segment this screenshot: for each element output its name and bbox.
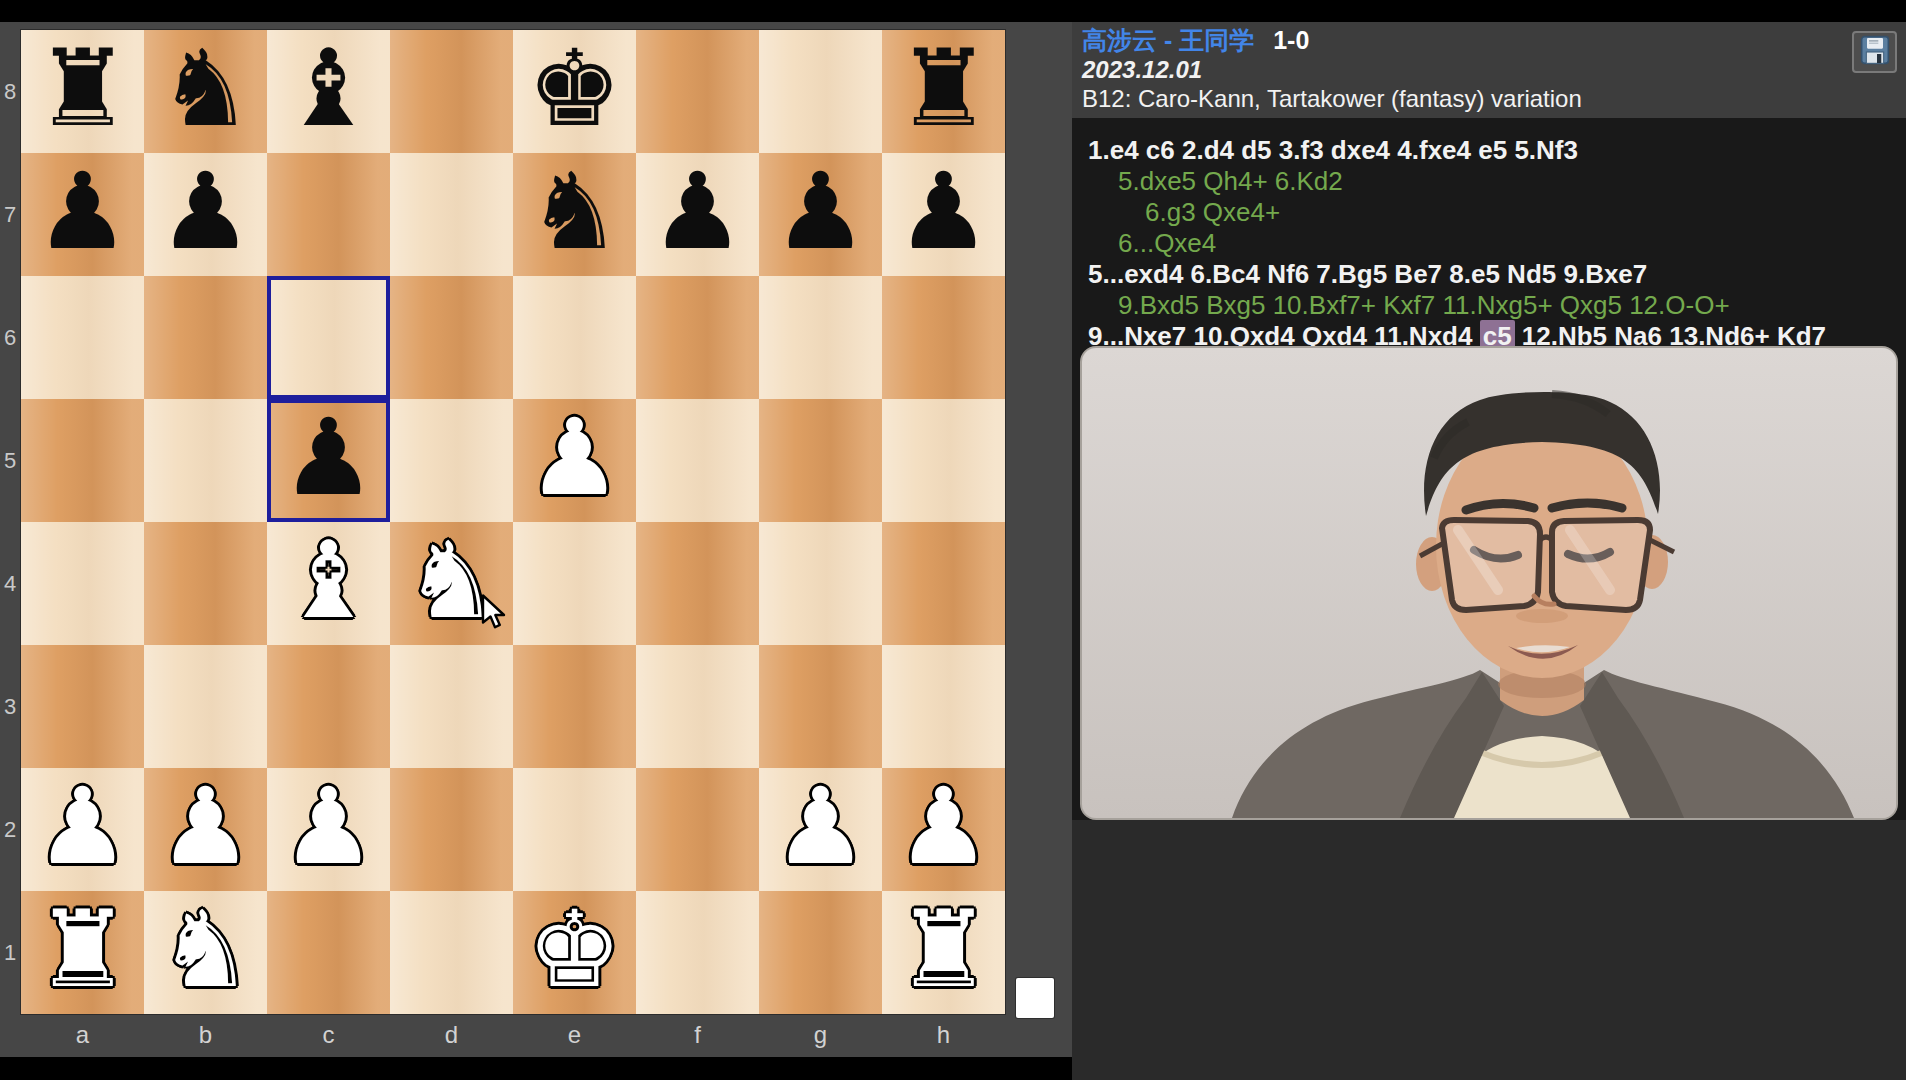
file-labels: abcdefgh [21, 1014, 1005, 1057]
square-d6[interactable] [390, 276, 513, 399]
square-d1[interactable] [390, 891, 513, 1014]
square-a8[interactable]: ♜ [21, 30, 144, 153]
square-b1[interactable]: ♞ [144, 891, 267, 1014]
move-text[interactable]: 1.e4 c6 2.d4 d5 3.f3 dxe4 4.fxe4 e5 5.Nf… [1088, 135, 1578, 165]
square-f2[interactable] [636, 768, 759, 891]
piece-black-pawn[interactable]: ♟ [158, 159, 253, 265]
piece-white-rook[interactable]: ♜ [896, 897, 991, 1003]
move-line-3[interactable]: 6.g3 Qxe4+ [1145, 197, 1906, 228]
square-c1[interactable] [267, 891, 390, 1014]
square-b3[interactable] [144, 645, 267, 768]
file-label-c: c [267, 1014, 390, 1057]
square-c7[interactable] [267, 153, 390, 276]
piece-white-pawn[interactable]: ♟ [527, 405, 622, 511]
square-b4[interactable] [144, 522, 267, 645]
piece-black-pawn[interactable]: ♟ [773, 159, 868, 265]
square-f5[interactable] [636, 399, 759, 522]
square-c6[interactable] [267, 276, 390, 399]
file-label-g: g [759, 1014, 882, 1057]
rank-label-1: 1 [0, 891, 20, 1014]
square-c2[interactable]: ♟ [267, 768, 390, 891]
rank-labels: 87654321 [0, 22, 20, 1057]
piece-black-rook[interactable]: ♜ [35, 36, 130, 142]
square-h1[interactable]: ♜ [882, 891, 1005, 1014]
square-g6[interactable] [759, 276, 882, 399]
square-e3[interactable] [513, 645, 636, 768]
rank-label-3: 3 [0, 645, 20, 768]
square-g1[interactable] [759, 891, 882, 1014]
square-c5[interactable]: ♟ [267, 399, 390, 522]
piece-white-knight[interactable]: ♞ [158, 897, 253, 1003]
piece-black-knight[interactable]: ♞ [527, 159, 622, 265]
piece-black-bishop[interactable]: ♝ [281, 36, 376, 142]
file-label-a: a [21, 1014, 144, 1057]
eyebrow-right [1552, 503, 1622, 508]
panel-lower-area [1072, 820, 1906, 1080]
square-h4[interactable] [882, 522, 1005, 645]
rank-label-4: 4 [0, 522, 20, 645]
square-h3[interactable] [882, 645, 1005, 768]
square-a3[interactable] [21, 645, 144, 768]
move-line-1[interactable]: 1.e4 c6 2.d4 d5 3.f3 dxe4 4.fxe4 e5 5.Nf… [1088, 135, 1906, 166]
floppy-disk-icon [1858, 34, 1892, 70]
piece-white-pawn[interactable]: ♟ [773, 774, 868, 880]
square-b2[interactable]: ♟ [144, 768, 267, 891]
square-e1[interactable]: ♚ [513, 891, 636, 1014]
board-pane: 87654321 ♜♞♝♚♜♟♟♞♟♟♟♟♟♝♞♟♟♟♟♟♜♞♚♜ abcdef… [0, 22, 1072, 1057]
square-f7[interactable]: ♟ [636, 153, 759, 276]
piece-white-bishop[interactable]: ♝ [281, 528, 376, 634]
square-b6[interactable] [144, 276, 267, 399]
square-a6[interactable] [21, 276, 144, 399]
square-c4[interactable]: ♝ [267, 522, 390, 645]
move-line-4[interactable]: 6...Qxe4 [1118, 228, 1906, 259]
square-e6[interactable] [513, 276, 636, 399]
file-label-b: b [144, 1014, 267, 1057]
file-label-d: d [390, 1014, 513, 1057]
square-e4[interactable] [513, 522, 636, 645]
move-text[interactable]: 5.dxe5 Qh4+ 6.Kd2 [1118, 166, 1343, 196]
square-a1[interactable]: ♜ [21, 891, 144, 1014]
square-h6[interactable] [882, 276, 1005, 399]
chess-board[interactable]: ♜♞♝♚♜♟♟♞♟♟♟♟♟♝♞♟♟♟♟♟♜♞♚♜ [21, 30, 1005, 1014]
square-f1[interactable] [636, 891, 759, 1014]
piece-black-king[interactable]: ♚ [527, 36, 622, 142]
square-e8[interactable]: ♚ [513, 30, 636, 153]
piece-black-knight[interactable]: ♞ [158, 36, 253, 142]
square-f3[interactable] [636, 645, 759, 768]
rank-label-7: 7 [0, 153, 20, 276]
presenter-person [1082, 348, 1896, 818]
piece-white-pawn[interactable]: ♟ [158, 774, 253, 880]
rank-label-2: 2 [0, 768, 20, 891]
game-date: 2023.12.01 [1082, 55, 1906, 84]
square-e2[interactable] [513, 768, 636, 891]
square-a4[interactable] [21, 522, 144, 645]
square-g4[interactable] [759, 522, 882, 645]
piece-black-pawn[interactable]: ♟ [650, 159, 745, 265]
square-d5[interactable] [390, 399, 513, 522]
square-d8[interactable] [390, 30, 513, 153]
square-c3[interactable] [267, 645, 390, 768]
square-f6[interactable] [636, 276, 759, 399]
file-label-e: e [513, 1014, 636, 1057]
square-a7[interactable]: ♟ [21, 153, 144, 276]
square-d7[interactable] [390, 153, 513, 276]
square-f4[interactable] [636, 522, 759, 645]
right-panel: 高涉云 - 王同学 1-0 2023.12.01 B12: Caro-Kann,… [1072, 0, 1906, 1080]
square-a5[interactable] [21, 399, 144, 522]
file-label-h: h [882, 1014, 1005, 1057]
piece-white-pawn[interactable]: ♟ [896, 774, 991, 880]
turn-indicator-white [1016, 978, 1054, 1018]
square-b8[interactable]: ♞ [144, 30, 267, 153]
move-text[interactable]: 5...exd4 6.Bc4 Nf6 7.Bg5 Be7 8.e5 Nd5 9.… [1088, 259, 1647, 289]
piece-black-rook[interactable]: ♜ [896, 36, 991, 142]
players-separator: - [1164, 26, 1172, 54]
game-result: 1-0 [1273, 26, 1309, 54]
rank-label-6: 6 [0, 276, 20, 399]
webcam-video [1080, 346, 1898, 820]
piece-white-pawn[interactable]: ♟ [35, 774, 130, 880]
piece-black-pawn[interactable]: ♟ [281, 405, 376, 511]
square-d2[interactable] [390, 768, 513, 891]
white-player-name[interactable]: 高涉云 [1082, 26, 1157, 54]
square-g5[interactable] [759, 399, 882, 522]
file-label-f: f [636, 1014, 759, 1057]
rank-label-5: 5 [0, 399, 20, 522]
move-line-6[interactable]: 9.Bxd5 Bxg5 10.Bxf7+ Kxf7 11.Nxg5+ Qxg5 … [1118, 290, 1906, 321]
move-line-5[interactable]: 5...exd4 6.Bc4 Nf6 7.Bg5 Be7 8.e5 Nd5 9.… [1088, 259, 1906, 290]
move-text[interactable]: 9.Bxd5 Bxg5 10.Bxf7+ Kxf7 11.Nxg5+ Qxg5 … [1118, 290, 1730, 320]
square-c8[interactable]: ♝ [267, 30, 390, 153]
rank-label-8: 8 [0, 30, 20, 153]
square-b5[interactable] [144, 399, 267, 522]
black-player-name[interactable]: 王同学 [1179, 26, 1254, 54]
move-text[interactable]: 6...Qxe4 [1118, 228, 1216, 258]
piece-white-pawn[interactable]: ♟ [281, 774, 376, 880]
players-line: 高涉云 - 王同学 1-0 [1082, 25, 1906, 55]
square-b7[interactable]: ♟ [144, 153, 267, 276]
square-h2[interactable]: ♟ [882, 768, 1005, 891]
square-h8[interactable]: ♜ [882, 30, 1005, 153]
square-g3[interactable] [759, 645, 882, 768]
save-button[interactable] [1852, 31, 1897, 73]
piece-black-pawn[interactable]: ♟ [896, 159, 991, 265]
app-window: 87654321 ♜♞♝♚♜♟♟♞♟♟♟♟♟♝♞♟♟♟♟♟♜♞♚♜ abcdef… [0, 0, 1906, 1080]
square-e7[interactable]: ♞ [513, 153, 636, 276]
piece-white-king[interactable]: ♚ [527, 897, 622, 1003]
square-g2[interactable]: ♟ [759, 768, 882, 891]
square-d3[interactable] [390, 645, 513, 768]
square-h7[interactable]: ♟ [882, 153, 1005, 276]
piece-black-pawn[interactable]: ♟ [35, 159, 130, 265]
eco-opening: B12: Caro-Kann, Tartakower (fantasy) var… [1082, 84, 1906, 113]
square-e5[interactable]: ♟ [513, 399, 636, 522]
piece-white-rook[interactable]: ♜ [35, 897, 130, 1003]
square-h5[interactable] [882, 399, 1005, 522]
game-header: 高涉云 - 王同学 1-0 2023.12.01 B12: Caro-Kann,… [1072, 22, 1906, 118]
move-text[interactable]: 6.g3 Qxe4+ [1145, 197, 1280, 227]
square-f8[interactable] [636, 30, 759, 153]
mouse-cursor [479, 594, 511, 634]
move-line-2[interactable]: 5.dxe5 Qh4+ 6.Kd2 [1118, 166, 1906, 197]
square-g7[interactable]: ♟ [759, 153, 882, 276]
square-a2[interactable]: ♟ [21, 768, 144, 891]
square-g8[interactable] [759, 30, 882, 153]
